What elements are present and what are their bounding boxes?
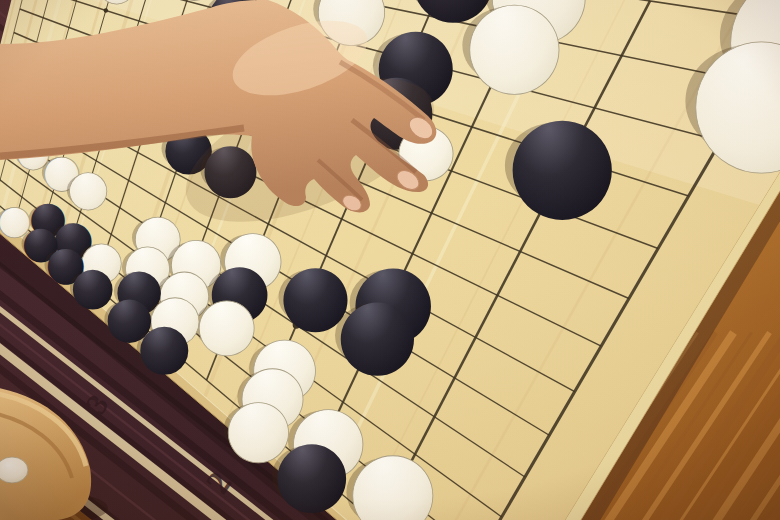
scene-svg: B C D 3 2 ●●●●●●●●●●●●●●●●●●●●●●●●●●●●●●… <box>0 0 780 520</box>
photo-vignette <box>0 0 780 520</box>
go-game-photo: B C D 3 2 ●●●●●●●●●●●●●●●●●●●●●●●●●●●●●●… <box>0 0 780 520</box>
